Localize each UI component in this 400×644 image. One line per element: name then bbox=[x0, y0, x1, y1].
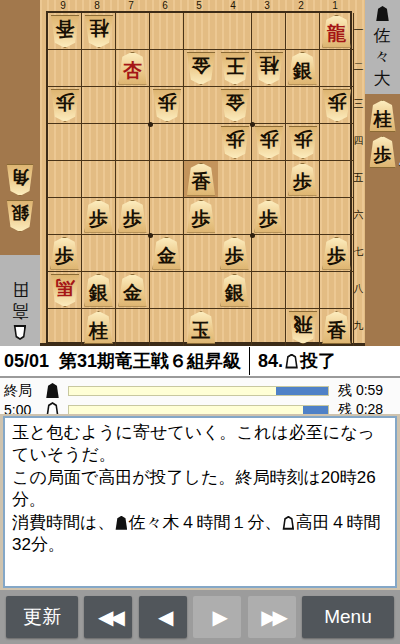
piece-馬: 馬 bbox=[50, 274, 80, 307]
piece-歩: 歩 bbox=[84, 200, 114, 233]
square-2八[interactable] bbox=[286, 272, 320, 309]
square-5六[interactable]: 歩 bbox=[184, 198, 218, 235]
file-label: 8 bbox=[80, 0, 114, 11]
square-1八[interactable] bbox=[320, 272, 354, 309]
piece-銀: 銀 bbox=[6, 200, 34, 232]
game-date: 05/01 bbox=[4, 351, 49, 372]
divider bbox=[249, 347, 250, 375]
square-4七[interactable]: 歩 bbox=[218, 235, 252, 272]
update-button[interactable]: 更新 bbox=[6, 596, 78, 638]
file-label: 6 bbox=[148, 0, 182, 11]
square-9三[interactable]: 歩 bbox=[48, 87, 82, 124]
square-1二[interactable] bbox=[320, 50, 354, 87]
piece-王: 王 bbox=[220, 52, 250, 85]
file-label: 3 bbox=[250, 0, 284, 11]
file-label: 5 bbox=[182, 0, 216, 11]
black-shogi-piece-icon bbox=[115, 516, 127, 530]
square-5八[interactable] bbox=[184, 272, 218, 309]
piece-歩: 歩 bbox=[288, 163, 318, 196]
square-7八[interactable]: 金 bbox=[116, 272, 150, 309]
piece-金: 金 bbox=[186, 52, 216, 85]
square-9九[interactable] bbox=[48, 309, 82, 346]
star-point bbox=[148, 233, 153, 238]
square-5三[interactable] bbox=[184, 87, 218, 124]
square-3三[interactable] bbox=[252, 87, 286, 124]
rewind-button[interactable]: ◀◀ bbox=[84, 596, 132, 638]
step-forward-button[interactable]: ▶ bbox=[193, 596, 241, 638]
gote-name-plate: 高田 bbox=[0, 255, 40, 346]
square-7五[interactable] bbox=[116, 161, 150, 198]
square-5四[interactable] bbox=[184, 124, 218, 161]
square-6九[interactable] bbox=[150, 309, 184, 346]
gote-player-name: 高田 bbox=[11, 279, 29, 322]
piece-銀: 銀 bbox=[84, 274, 114, 307]
sente-komadai: 佐々大 桂歩4 bbox=[365, 0, 400, 346]
piece-金: 金 bbox=[152, 237, 182, 270]
square-5二[interactable]: 金 bbox=[184, 50, 218, 87]
square-8九[interactable]: 桂 bbox=[82, 309, 116, 346]
piece-歩: 歩 bbox=[50, 237, 80, 270]
bottom-toolbar: 更新 ◀◀ ◀ ▶ ▶▶ Menu bbox=[0, 590, 400, 644]
comment-line: この局面で高田が投了した。終局時刻は20時26分。 bbox=[12, 467, 388, 512]
square-8三[interactable] bbox=[82, 87, 116, 124]
piece-歩: 歩 bbox=[220, 126, 250, 159]
shogi-app-screen: 角銀 高田 987654321 一二三四五六七八九 香桂龍杏金王桂銀歩歩金歩歩歩… bbox=[0, 0, 400, 644]
square-5九[interactable]: 玉 bbox=[184, 309, 218, 346]
commentary-text-box[interactable]: 玉と包むように寄せていく。これは必至になっていそうだ。 この局面で高田が投了した… bbox=[3, 416, 397, 588]
piece-杏: 杏 bbox=[118, 52, 148, 85]
square-3九[interactable] bbox=[252, 309, 286, 346]
sente-player-name: 佐々大 bbox=[374, 25, 392, 89]
square-9八[interactable]: 馬 bbox=[48, 272, 82, 309]
square-1五[interactable] bbox=[320, 161, 354, 198]
square-7三[interactable] bbox=[116, 87, 150, 124]
square-9五[interactable] bbox=[48, 161, 82, 198]
square-6一[interactable] bbox=[150, 13, 184, 50]
hand-piece-桂[interactable]: 桂 bbox=[369, 100, 397, 132]
square-8四[interactable] bbox=[82, 124, 116, 161]
square-2五[interactable]: 歩 bbox=[286, 161, 320, 198]
square-8六[interactable]: 歩 bbox=[82, 198, 116, 235]
piece-歩: 歩 bbox=[254, 200, 284, 233]
file-label: 9 bbox=[46, 0, 80, 11]
square-1九[interactable]: 香 bbox=[320, 309, 354, 346]
piece-歩: 歩 bbox=[152, 89, 182, 122]
piece-歩: 歩 bbox=[288, 126, 318, 159]
square-3八[interactable] bbox=[252, 272, 286, 309]
sente-time-remaining: 残 0:59 bbox=[338, 382, 396, 400]
square-6六[interactable] bbox=[150, 198, 184, 235]
square-1七[interactable]: 歩 bbox=[320, 235, 354, 272]
piece-角: 角 bbox=[6, 164, 34, 196]
current-move-label: 84. 投了 bbox=[258, 349, 336, 373]
piece-香: 香 bbox=[50, 15, 80, 48]
square-6七[interactable]: 金 bbox=[150, 235, 184, 272]
square-4四[interactable]: 歩 bbox=[218, 124, 252, 161]
sente-name-plate: 佐々大 bbox=[365, 0, 400, 94]
piece-龍: 龍 bbox=[322, 15, 352, 48]
piece-歩: 歩 bbox=[220, 237, 250, 270]
square-7七[interactable] bbox=[116, 235, 150, 272]
square-3七[interactable] bbox=[252, 235, 286, 272]
piece-歩: 歩 bbox=[186, 200, 216, 233]
piece-銀: 銀 bbox=[288, 52, 318, 85]
file-label: 2 bbox=[284, 0, 318, 11]
gote-hand-pieces: 角銀 bbox=[0, 164, 40, 232]
square-5七[interactable] bbox=[184, 235, 218, 272]
square-9七[interactable]: 歩 bbox=[48, 235, 82, 272]
square-2三[interactable] bbox=[286, 87, 320, 124]
square-3一[interactable] bbox=[252, 13, 286, 50]
file-label: 7 bbox=[114, 0, 148, 11]
comment-line: 玉と包むように寄せていく。これは必至になっていそうだ。 bbox=[12, 422, 388, 467]
event-name: 第31期竜王戦６組昇級 bbox=[59, 349, 241, 373]
square-6四[interactable] bbox=[150, 124, 184, 161]
white-shogi-piece-icon bbox=[282, 516, 294, 530]
commentary-area: 玉と包むように寄せていく。これは必至になっていそうだ。 この局面で高田が投了した… bbox=[0, 414, 400, 590]
piece-桂: 桂 bbox=[84, 15, 114, 48]
piece-歩: 歩 bbox=[118, 200, 148, 233]
square-2四[interactable]: 歩 bbox=[286, 124, 320, 161]
hand-piece-銀[interactable]: 銀 bbox=[6, 200, 34, 232]
board-grid: 香桂龍杏金王桂銀歩歩金歩歩歩歩香歩歩歩歩歩歩金歩歩馬銀金銀桂玉飛香 bbox=[46, 11, 352, 344]
file-label: 4 bbox=[216, 0, 250, 11]
black-shogi-piece-icon bbox=[376, 6, 389, 21]
square-5五[interactable]: 香 bbox=[184, 161, 218, 198]
square-7四[interactable] bbox=[116, 124, 150, 161]
square-7二[interactable]: 杏 bbox=[116, 50, 150, 87]
square-2六[interactable] bbox=[286, 198, 320, 235]
square-6三[interactable]: 歩 bbox=[150, 87, 184, 124]
star-point bbox=[250, 233, 255, 238]
square-8二[interactable] bbox=[82, 50, 116, 87]
gote-time-bar bbox=[68, 405, 329, 415]
piece-歩: 歩 bbox=[50, 89, 80, 122]
piece-歩: 歩 bbox=[322, 89, 352, 122]
square-5一[interactable] bbox=[184, 13, 218, 50]
square-6五[interactable] bbox=[150, 161, 184, 198]
fast-forward-button[interactable]: ▶▶ bbox=[248, 596, 296, 638]
star-point bbox=[148, 122, 153, 127]
gote-komadai: 角銀 高田 bbox=[0, 0, 40, 346]
square-2二[interactable]: 銀 bbox=[286, 50, 320, 87]
square-9六[interactable] bbox=[48, 198, 82, 235]
piece-飛: 飛 bbox=[288, 311, 318, 344]
square-4九[interactable] bbox=[218, 309, 252, 346]
square-3六[interactable]: 歩 bbox=[252, 198, 286, 235]
square-1三[interactable]: 歩 bbox=[320, 87, 354, 124]
piece-桂: 桂 bbox=[254, 52, 284, 85]
sente-time-bar bbox=[68, 386, 329, 396]
move-number: 84. bbox=[258, 351, 283, 372]
square-8一[interactable]: 桂 bbox=[82, 13, 116, 50]
sente-clock-row: 終局 残 0:59 bbox=[4, 381, 396, 400]
piece-金: 金 bbox=[220, 89, 250, 122]
comment-line: 消費時間は、佐々木４時間１分、高田４時間32分。 bbox=[12, 512, 388, 557]
piece-歩: 歩 bbox=[254, 126, 284, 159]
square-4五[interactable] bbox=[218, 161, 252, 198]
square-9一[interactable]: 香 bbox=[48, 13, 82, 50]
square-8七[interactable] bbox=[82, 235, 116, 272]
piece-玉: 玉 bbox=[186, 311, 216, 344]
step-back-button[interactable]: ◀ bbox=[139, 596, 187, 638]
piece-桂: 桂 bbox=[84, 311, 114, 344]
square-4一[interactable] bbox=[218, 13, 252, 50]
menu-button[interactable]: Menu bbox=[302, 596, 394, 638]
file-coordinates: 987654321 bbox=[46, 0, 352, 11]
game-info-bar: 05/01 第31期竜王戦６組昇級 84. 投了 bbox=[0, 346, 400, 378]
square-6八[interactable] bbox=[150, 272, 184, 309]
sente-clock-label: 終局 bbox=[4, 382, 41, 400]
square-7九[interactable] bbox=[116, 309, 150, 346]
board-zone: 角銀 高田 987654321 一二三四五六七八九 香桂龍杏金王桂銀歩歩金歩歩歩… bbox=[0, 0, 400, 346]
square-6二[interactable] bbox=[150, 50, 184, 87]
black-shogi-piece-icon bbox=[46, 383, 59, 398]
square-4六[interactable] bbox=[218, 198, 252, 235]
square-4八[interactable]: 銀 bbox=[218, 272, 252, 309]
square-7六[interactable]: 歩 bbox=[116, 198, 150, 235]
square-4二[interactable]: 王 bbox=[218, 50, 252, 87]
square-8八[interactable]: 銀 bbox=[82, 272, 116, 309]
piece-香: 香 bbox=[186, 163, 216, 196]
file-label: 1 bbox=[318, 0, 352, 11]
sente-hand-pieces: 桂歩4 bbox=[365, 100, 400, 168]
move-text: 投了 bbox=[300, 349, 336, 373]
piece-銀: 銀 bbox=[220, 274, 250, 307]
star-point bbox=[250, 122, 255, 127]
piece-金: 金 bbox=[118, 274, 148, 307]
square-4三[interactable]: 金 bbox=[218, 87, 252, 124]
square-7一[interactable] bbox=[116, 13, 150, 50]
square-3四[interactable]: 歩 bbox=[252, 124, 286, 161]
square-1四[interactable] bbox=[320, 124, 354, 161]
square-8五[interactable] bbox=[82, 161, 116, 198]
square-2九[interactable]: 飛 bbox=[286, 309, 320, 346]
hand-piece-角[interactable]: 角 bbox=[6, 164, 34, 196]
white-shogi-piece-icon bbox=[14, 325, 27, 340]
piece-歩: 歩 bbox=[322, 237, 352, 270]
square-1一[interactable]: 龍 bbox=[320, 13, 354, 50]
white-shogi-piece-icon bbox=[285, 354, 298, 369]
square-3二[interactable]: 桂 bbox=[252, 50, 286, 87]
square-3五[interactable] bbox=[252, 161, 286, 198]
square-9二[interactable] bbox=[48, 50, 82, 87]
square-2七[interactable] bbox=[286, 235, 320, 272]
square-1六[interactable] bbox=[320, 198, 354, 235]
piece-桂: 桂 bbox=[369, 100, 397, 132]
square-9四[interactable] bbox=[48, 124, 82, 161]
shogi-board: 987654321 一二三四五六七八九 香桂龍杏金王桂銀歩歩金歩歩歩歩香歩歩歩歩… bbox=[40, 0, 365, 346]
hand-piece-歩[interactable]: 歩4 bbox=[369, 136, 397, 168]
piece-香: 香 bbox=[322, 311, 352, 344]
square-2一[interactable] bbox=[286, 13, 320, 50]
piece-歩: 歩 bbox=[369, 136, 397, 168]
